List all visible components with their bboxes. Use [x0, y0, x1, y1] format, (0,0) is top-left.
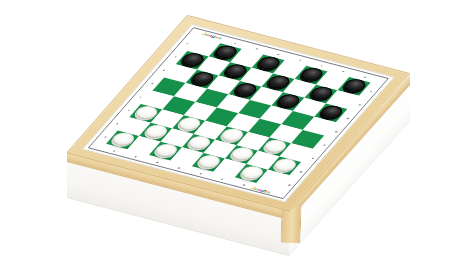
brand-logo-letter: s [266, 190, 272, 194]
margin-dot [127, 110, 130, 112]
margin-dot [342, 71, 345, 73]
brand-logo-letter: s [217, 36, 223, 40]
margin-dot [335, 131, 338, 133]
product-photo-stage: Junges Junges [0, 0, 450, 279]
margin-dot [320, 65, 323, 67]
margin-dot [139, 96, 142, 98]
margin-dot [134, 156, 137, 158]
wood-frame-corner [280, 205, 301, 244]
margin-dot [323, 144, 326, 146]
margin-dot [116, 123, 119, 125]
margin-dot [358, 104, 361, 106]
margin-dot [311, 158, 314, 160]
margin-dot [288, 184, 291, 186]
margin-dot [151, 83, 154, 85]
margin-dot [178, 167, 181, 169]
brand-logo-bottom: Junges [250, 186, 272, 194]
margin-dot [299, 171, 302, 173]
margin-dot [277, 54, 280, 56]
margin-dot [346, 118, 349, 120]
margin-dot [186, 43, 189, 45]
margin-dot [243, 184, 246, 186]
margin-dot [113, 150, 116, 152]
margin-dot [234, 42, 237, 44]
margin-dot [199, 173, 202, 175]
margin-dot [370, 91, 373, 93]
margin-dot [221, 178, 224, 180]
margin-dot [174, 56, 177, 58]
margin-dot [162, 70, 165, 72]
margin-dot [156, 161, 159, 163]
margin-dot [364, 76, 367, 78]
margin-dot [104, 136, 107, 138]
margin-dot [299, 59, 302, 61]
margin-dot [255, 48, 258, 50]
